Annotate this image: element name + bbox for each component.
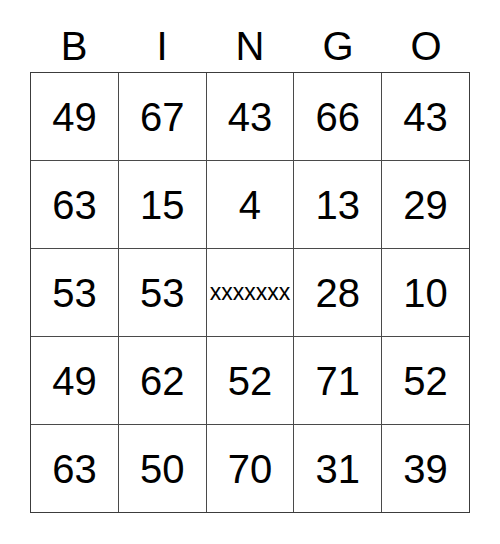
cell-r4c1[interactable]: 50 (119, 425, 206, 512)
header-letter-o: O (382, 24, 470, 68)
cell-r1c1[interactable]: 15 (119, 161, 206, 248)
cell-r4c3[interactable]: 31 (294, 425, 381, 512)
cell-r2c3[interactable]: 28 (294, 249, 381, 336)
cell-r3c1[interactable]: 62 (119, 337, 206, 424)
cell-r4c0[interactable]: 63 (31, 425, 118, 512)
header-letter-i: I (118, 24, 206, 68)
cell-r3c0[interactable]: 49 (31, 337, 118, 424)
cell-r1c2[interactable]: 4 (207, 161, 294, 248)
bingo-header-row: B I N G O (30, 24, 470, 68)
bingo-grid: 49 67 43 66 43 63 15 4 13 29 53 53 xxxxx… (30, 72, 470, 513)
cell-r0c0[interactable]: 49 (31, 73, 118, 160)
cell-r3c3[interactable]: 71 (294, 337, 381, 424)
header-letter-b: B (30, 24, 118, 68)
cell-r1c3[interactable]: 13 (294, 161, 381, 248)
cell-r2c4[interactable]: 10 (382, 249, 469, 336)
cell-r3c4[interactable]: 52 (382, 337, 469, 424)
cell-r4c4[interactable]: 39 (382, 425, 469, 512)
bingo-card: B I N G O 49 67 43 66 43 63 15 4 13 29 5… (0, 0, 500, 544)
header-letter-g: G (294, 24, 382, 68)
cell-r1c4[interactable]: 29 (382, 161, 469, 248)
header-letter-n: N (206, 24, 294, 68)
cell-r3c2[interactable]: 52 (207, 337, 294, 424)
cell-r4c2[interactable]: 70 (207, 425, 294, 512)
cell-r0c3[interactable]: 66 (294, 73, 381, 160)
cell-r2c0[interactable]: 53 (31, 249, 118, 336)
cell-r1c0[interactable]: 63 (31, 161, 118, 248)
cell-r0c1[interactable]: 67 (119, 73, 206, 160)
cell-r2c2-free-space[interactable]: xxxxxxx (207, 249, 294, 336)
cell-r0c4[interactable]: 43 (382, 73, 469, 160)
cell-r2c1[interactable]: 53 (119, 249, 206, 336)
cell-r0c2[interactable]: 43 (207, 73, 294, 160)
